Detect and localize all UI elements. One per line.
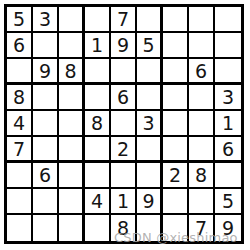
cell-r2c6: 5 bbox=[137, 33, 163, 59]
cell-r7c3 bbox=[59, 163, 85, 189]
cell-r1c1: 5 bbox=[7, 7, 33, 33]
cell-r7c1 bbox=[7, 163, 33, 189]
cell-r4c6 bbox=[137, 85, 163, 111]
cell-r9c5: 8 bbox=[111, 215, 137, 241]
cell-r1c4 bbox=[85, 7, 111, 33]
cell-r9c8: 7 bbox=[189, 215, 215, 241]
cell-r9c9: 9 bbox=[215, 215, 241, 241]
cell-r5c4: 8 bbox=[85, 111, 111, 137]
cell-r1c2: 3 bbox=[33, 7, 59, 33]
cell-r3c2: 9 bbox=[33, 59, 59, 85]
cell-r3c6 bbox=[137, 59, 163, 85]
cell-r4c2 bbox=[33, 85, 59, 111]
cell-r6c8 bbox=[189, 137, 215, 163]
cell-r5c2 bbox=[33, 111, 59, 137]
cell-r1c9 bbox=[215, 7, 241, 33]
cell-r3c4 bbox=[85, 59, 111, 85]
cell-r6c3 bbox=[59, 137, 85, 163]
cell-r9c6 bbox=[137, 215, 163, 241]
cell-r7c5 bbox=[111, 163, 137, 189]
cell-r2c3 bbox=[59, 33, 85, 59]
cell-r9c7 bbox=[163, 215, 189, 241]
cell-r3c8: 6 bbox=[189, 59, 215, 85]
cell-r8c1 bbox=[7, 189, 33, 215]
cell-r2c8 bbox=[189, 33, 215, 59]
cell-r8c3 bbox=[59, 189, 85, 215]
cell-r8c4: 4 bbox=[85, 189, 111, 215]
cell-r1c5: 7 bbox=[111, 7, 137, 33]
cell-r7c7: 2 bbox=[163, 163, 189, 189]
cell-r1c6 bbox=[137, 7, 163, 33]
cell-r3c5 bbox=[111, 59, 137, 85]
cell-r3c9 bbox=[215, 59, 241, 85]
cell-r4c8 bbox=[189, 85, 215, 111]
cell-r6c5: 2 bbox=[111, 137, 137, 163]
cell-r1c7 bbox=[163, 7, 189, 33]
cell-r6c9: 6 bbox=[215, 137, 241, 163]
cell-r8c7 bbox=[163, 189, 189, 215]
cell-r3c3: 8 bbox=[59, 59, 85, 85]
cell-r7c8: 8 bbox=[189, 163, 215, 189]
cell-r8c2 bbox=[33, 189, 59, 215]
cell-r7c9 bbox=[215, 163, 241, 189]
cell-r5c3 bbox=[59, 111, 85, 137]
cell-r6c6 bbox=[137, 137, 163, 163]
sudoku-puzzle: 537619598686348317266284195879 CSDN @xie… bbox=[4, 4, 244, 244]
cell-r6c1: 7 bbox=[7, 137, 33, 163]
cell-r2c4: 1 bbox=[85, 33, 111, 59]
cell-r8c5: 1 bbox=[111, 189, 137, 215]
cell-r1c3 bbox=[59, 7, 85, 33]
cell-r5c5 bbox=[111, 111, 137, 137]
cell-r4c9: 3 bbox=[215, 85, 241, 111]
cell-r5c1: 4 bbox=[7, 111, 33, 137]
cell-r3c1 bbox=[7, 59, 33, 85]
cell-r3c7 bbox=[163, 59, 189, 85]
cell-r6c7 bbox=[163, 137, 189, 163]
cell-r2c7 bbox=[163, 33, 189, 59]
cell-r5c8 bbox=[189, 111, 215, 137]
cell-r8c8 bbox=[189, 189, 215, 215]
cell-r9c4 bbox=[85, 215, 111, 241]
cell-r7c6 bbox=[137, 163, 163, 189]
cell-r4c4 bbox=[85, 85, 111, 111]
cell-r6c4 bbox=[85, 137, 111, 163]
cell-r1c8 bbox=[189, 7, 215, 33]
cell-r7c4 bbox=[85, 163, 111, 189]
cell-r5c7 bbox=[163, 111, 189, 137]
cell-r6c2 bbox=[33, 137, 59, 163]
cell-r2c1: 6 bbox=[7, 33, 33, 59]
cell-r7c2: 6 bbox=[33, 163, 59, 189]
sudoku-board: 537619598686348317266284195879 bbox=[4, 4, 244, 244]
cell-r2c5: 9 bbox=[111, 33, 137, 59]
cell-r4c3 bbox=[59, 85, 85, 111]
cell-r8c6: 9 bbox=[137, 189, 163, 215]
cell-r5c9: 1 bbox=[215, 111, 241, 137]
cell-r4c7 bbox=[163, 85, 189, 111]
cell-r4c5: 6 bbox=[111, 85, 137, 111]
cell-r4c1: 8 bbox=[7, 85, 33, 111]
cell-r2c9 bbox=[215, 33, 241, 59]
cell-r5c6: 3 bbox=[137, 111, 163, 137]
cell-r8c9: 5 bbox=[215, 189, 241, 215]
cell-r9c2 bbox=[33, 215, 59, 241]
cell-r9c1 bbox=[7, 215, 33, 241]
cell-r2c2 bbox=[33, 33, 59, 59]
cell-r9c3 bbox=[59, 215, 85, 241]
